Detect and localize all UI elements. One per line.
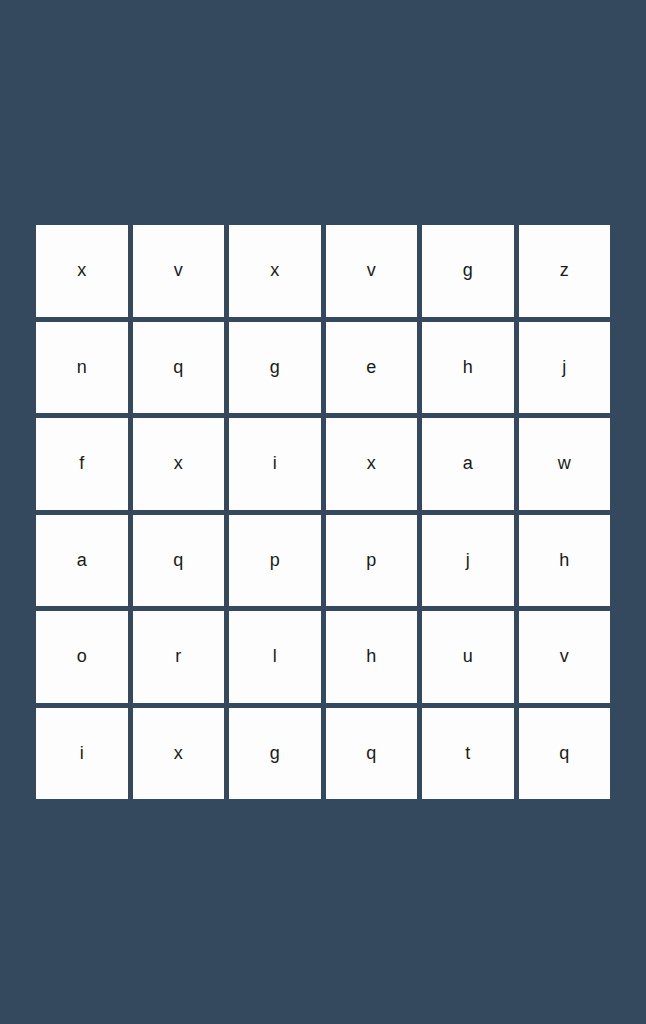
grid-cell[interactable]: i bbox=[229, 418, 321, 510]
grid-cell[interactable]: h bbox=[422, 322, 514, 414]
grid-cell[interactable]: r bbox=[133, 611, 225, 703]
grid-cell[interactable]: g bbox=[229, 708, 321, 800]
grid-cell[interactable]: a bbox=[36, 515, 128, 607]
grid-cell[interactable]: w bbox=[519, 418, 611, 510]
grid-cell[interactable]: j bbox=[422, 515, 514, 607]
grid-cell[interactable]: p bbox=[326, 515, 418, 607]
grid-cell[interactable]: t bbox=[422, 708, 514, 800]
grid-cell[interactable]: x bbox=[36, 225, 128, 317]
grid-cell[interactable]: x bbox=[133, 418, 225, 510]
grid-cell[interactable]: v bbox=[326, 225, 418, 317]
grid-cell[interactable]: o bbox=[36, 611, 128, 703]
grid-cell[interactable]: f bbox=[36, 418, 128, 510]
grid-cell[interactable]: i bbox=[36, 708, 128, 800]
grid-cell[interactable]: x bbox=[326, 418, 418, 510]
grid-cell[interactable]: u bbox=[422, 611, 514, 703]
grid-cell[interactable]: q bbox=[133, 515, 225, 607]
grid-cell[interactable]: v bbox=[133, 225, 225, 317]
grid-cell[interactable]: h bbox=[326, 611, 418, 703]
grid-cell[interactable]: g bbox=[229, 322, 321, 414]
grid-cell[interactable]: q bbox=[326, 708, 418, 800]
grid-cell[interactable]: x bbox=[229, 225, 321, 317]
grid-cell[interactable]: x bbox=[133, 708, 225, 800]
grid-cell[interactable]: z bbox=[519, 225, 611, 317]
grid-cell[interactable]: j bbox=[519, 322, 611, 414]
grid-cell[interactable]: h bbox=[519, 515, 611, 607]
grid-cell[interactable]: g bbox=[422, 225, 514, 317]
grid-cell[interactable]: e bbox=[326, 322, 418, 414]
grid-cell[interactable]: q bbox=[133, 322, 225, 414]
grid-cell[interactable]: v bbox=[519, 611, 611, 703]
grid-cell[interactable]: n bbox=[36, 322, 128, 414]
grid-cell[interactable]: q bbox=[519, 708, 611, 800]
letter-grid: xvxvgznqgehjfxixawaqppjhorlhuvixgqtq bbox=[36, 225, 610, 799]
grid-cell[interactable]: p bbox=[229, 515, 321, 607]
grid-cell[interactable]: a bbox=[422, 418, 514, 510]
grid-cell[interactable]: l bbox=[229, 611, 321, 703]
